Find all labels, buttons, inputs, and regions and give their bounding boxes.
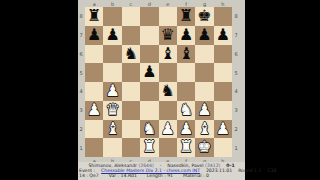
piece-white-queen: ♛ — [105, 101, 119, 120]
piece-black-pawn: ♟ — [105, 26, 119, 45]
square-b6[interactable] — [103, 45, 121, 64]
square-g2[interactable]: ♝ — [195, 120, 213, 139]
rank-label-6: 6 — [78, 45, 84, 64]
square-h4[interactable] — [214, 82, 232, 101]
square-f4[interactable] — [177, 82, 195, 101]
board: ♜♜♚♟♟♛♟♟♟♞♝♝♟♟♞♟♛♞♟♝♞♟♟♝♟♜♜♚ — [85, 7, 232, 157]
square-f5[interactable] — [177, 63, 195, 82]
square-c3[interactable] — [122, 101, 140, 120]
square-a6[interactable] — [85, 45, 103, 64]
piece-black-pawn: ♟ — [142, 63, 156, 82]
rank-label-4: 4 — [233, 82, 239, 101]
square-b8[interactable] — [103, 7, 121, 26]
square-g4[interactable] — [195, 82, 213, 101]
square-g7[interactable]: ♟ — [195, 26, 213, 45]
square-c8[interactable] — [122, 7, 140, 26]
rank-label-3: 3 — [78, 101, 84, 120]
square-d1[interactable]: ♜ — [140, 138, 158, 157]
square-a4[interactable] — [85, 82, 103, 101]
rank-label-4: 4 — [78, 82, 84, 101]
square-a8[interactable]: ♜ — [85, 7, 103, 26]
square-a2[interactable] — [85, 120, 103, 139]
square-e5[interactable] — [159, 63, 177, 82]
piece-white-knight: ♞ — [142, 120, 156, 139]
piece-black-bishop: ♝ — [161, 45, 175, 64]
square-h3[interactable] — [214, 101, 232, 120]
square-e8[interactable] — [159, 7, 177, 26]
letterbox-left — [0, 0, 78, 180]
rank-label-6: 6 — [233, 45, 239, 64]
video-frame: abcdefgh 87654321 87654321 abcdefgh ♜♜♚♟… — [0, 0, 320, 180]
square-b2[interactable]: ♝ — [103, 120, 121, 139]
square-b5[interactable] — [103, 63, 121, 82]
piece-black-pawn: ♟ — [179, 26, 193, 45]
square-a7[interactable]: ♟ — [85, 26, 103, 45]
square-g8[interactable]: ♚ — [195, 7, 213, 26]
rank-label-8: 8 — [233, 7, 239, 26]
rank-label-1: 1 — [78, 138, 84, 157]
square-d2[interactable]: ♞ — [140, 120, 158, 139]
piece-white-pawn: ♟ — [179, 120, 193, 139]
square-f2[interactable]: ♟ — [177, 120, 195, 139]
piece-white-pawn: ♟ — [161, 120, 175, 139]
square-a3[interactable]: ♟ — [85, 101, 103, 120]
square-d8[interactable] — [140, 7, 158, 26]
rank-label-7: 7 — [78, 26, 84, 45]
piece-white-rook: ♜ — [142, 138, 156, 157]
square-a1[interactable] — [85, 138, 103, 157]
rank-label-5: 5 — [233, 63, 239, 82]
rank-label-5: 5 — [78, 63, 84, 82]
rank-labels-right: 87654321 — [233, 7, 239, 157]
square-e3[interactable] — [159, 101, 177, 120]
square-d3[interactable] — [140, 101, 158, 120]
chess-viewer-panel: abcdefgh 87654321 87654321 abcdefgh ♜♜♚♟… — [78, 0, 245, 180]
rank-label-7: 7 — [233, 26, 239, 45]
square-e7[interactable]: ♛ — [159, 26, 177, 45]
square-e2[interactable]: ♟ — [159, 120, 177, 139]
move-status-line: 14 : Qe7 Var : 14.Rd1 Length : 91 Materi… — [78, 173, 245, 178]
rank-label-3: 3 — [233, 101, 239, 120]
square-f8[interactable]: ♜ — [177, 7, 195, 26]
square-f7[interactable]: ♟ — [177, 26, 195, 45]
piece-white-bishop: ♝ — [105, 120, 119, 139]
square-a5[interactable] — [85, 63, 103, 82]
square-c2[interactable] — [122, 120, 140, 139]
square-h5[interactable] — [214, 63, 232, 82]
piece-white-pawn: ♟ — [216, 120, 230, 139]
piece-black-queen: ♛ — [161, 26, 175, 45]
rank-label-8: 8 — [78, 7, 84, 26]
square-e1[interactable] — [159, 138, 177, 157]
rank-labels-left: 87654321 — [78, 7, 84, 157]
square-e6[interactable]: ♝ — [159, 45, 177, 64]
square-b4[interactable]: ♟ — [103, 82, 121, 101]
material-balance: Material : 0 — [183, 173, 209, 178]
square-c5[interactable] — [122, 63, 140, 82]
square-b3[interactable]: ♛ — [103, 101, 121, 120]
square-b7[interactable]: ♟ — [103, 26, 121, 45]
square-d6[interactable] — [140, 45, 158, 64]
square-f3[interactable]: ♞ — [177, 101, 195, 120]
piece-white-knight: ♞ — [179, 101, 193, 120]
current-move: 14 : Qe7 — [79, 173, 99, 178]
square-h8[interactable] — [214, 7, 232, 26]
square-e4[interactable]: ♞ — [159, 82, 177, 101]
square-g1[interactable]: ♚ — [195, 138, 213, 157]
piece-black-bishop: ♝ — [179, 45, 193, 64]
piece-black-king: ♚ — [197, 7, 211, 26]
game-info-panel: Shimanov, Aleksandr (2644) - Nasedkin, P… — [78, 162, 245, 180]
eco-code: C30 — [267, 168, 276, 173]
square-g6[interactable] — [195, 45, 213, 64]
square-d5[interactable]: ♟ — [140, 63, 158, 82]
letterbox-right — [245, 0, 320, 180]
square-d7[interactable] — [140, 26, 158, 45]
piece-black-pawn: ♟ — [216, 26, 230, 45]
piece-black-rook: ♜ — [87, 7, 101, 26]
rank-label-2: 2 — [78, 120, 84, 139]
square-b1[interactable] — [103, 138, 121, 157]
square-g3[interactable]: ♟ — [195, 101, 213, 120]
variation-info: Var : 14.Rd1 — [109, 173, 137, 178]
piece-black-pawn: ♟ — [87, 26, 101, 45]
piece-white-pawn: ♟ — [197, 101, 211, 120]
piece-black-pawn: ♟ — [197, 26, 211, 45]
square-h7[interactable]: ♟ — [214, 26, 232, 45]
square-h1[interactable] — [214, 138, 232, 157]
piece-black-knight: ♞ — [161, 82, 175, 101]
piece-white-pawn: ♟ — [105, 82, 119, 101]
square-h6[interactable] — [214, 45, 232, 64]
square-f6[interactable]: ♝ — [177, 45, 195, 64]
piece-white-pawn: ♟ — [87, 101, 101, 120]
piece-white-king: ♚ — [197, 138, 211, 157]
square-g5[interactable] — [195, 63, 213, 82]
square-h2[interactable]: ♟ — [214, 120, 232, 139]
square-c7[interactable] — [122, 26, 140, 45]
rank-label-1: 1 — [233, 138, 239, 157]
rank-label-2: 2 — [233, 120, 239, 139]
square-c6[interactable]: ♞ — [122, 45, 140, 64]
piece-black-knight: ♞ — [124, 45, 138, 64]
square-f1[interactable]: ♜ — [177, 138, 195, 157]
piece-black-rook: ♜ — [179, 7, 193, 26]
square-c1[interactable] — [122, 138, 140, 157]
piece-white-bishop: ♝ — [197, 120, 211, 139]
square-c4[interactable] — [122, 82, 140, 101]
piece-white-rook: ♜ — [179, 138, 193, 157]
game-length: Length : 91 — [147, 173, 173, 178]
square-d4[interactable] — [140, 82, 158, 101]
